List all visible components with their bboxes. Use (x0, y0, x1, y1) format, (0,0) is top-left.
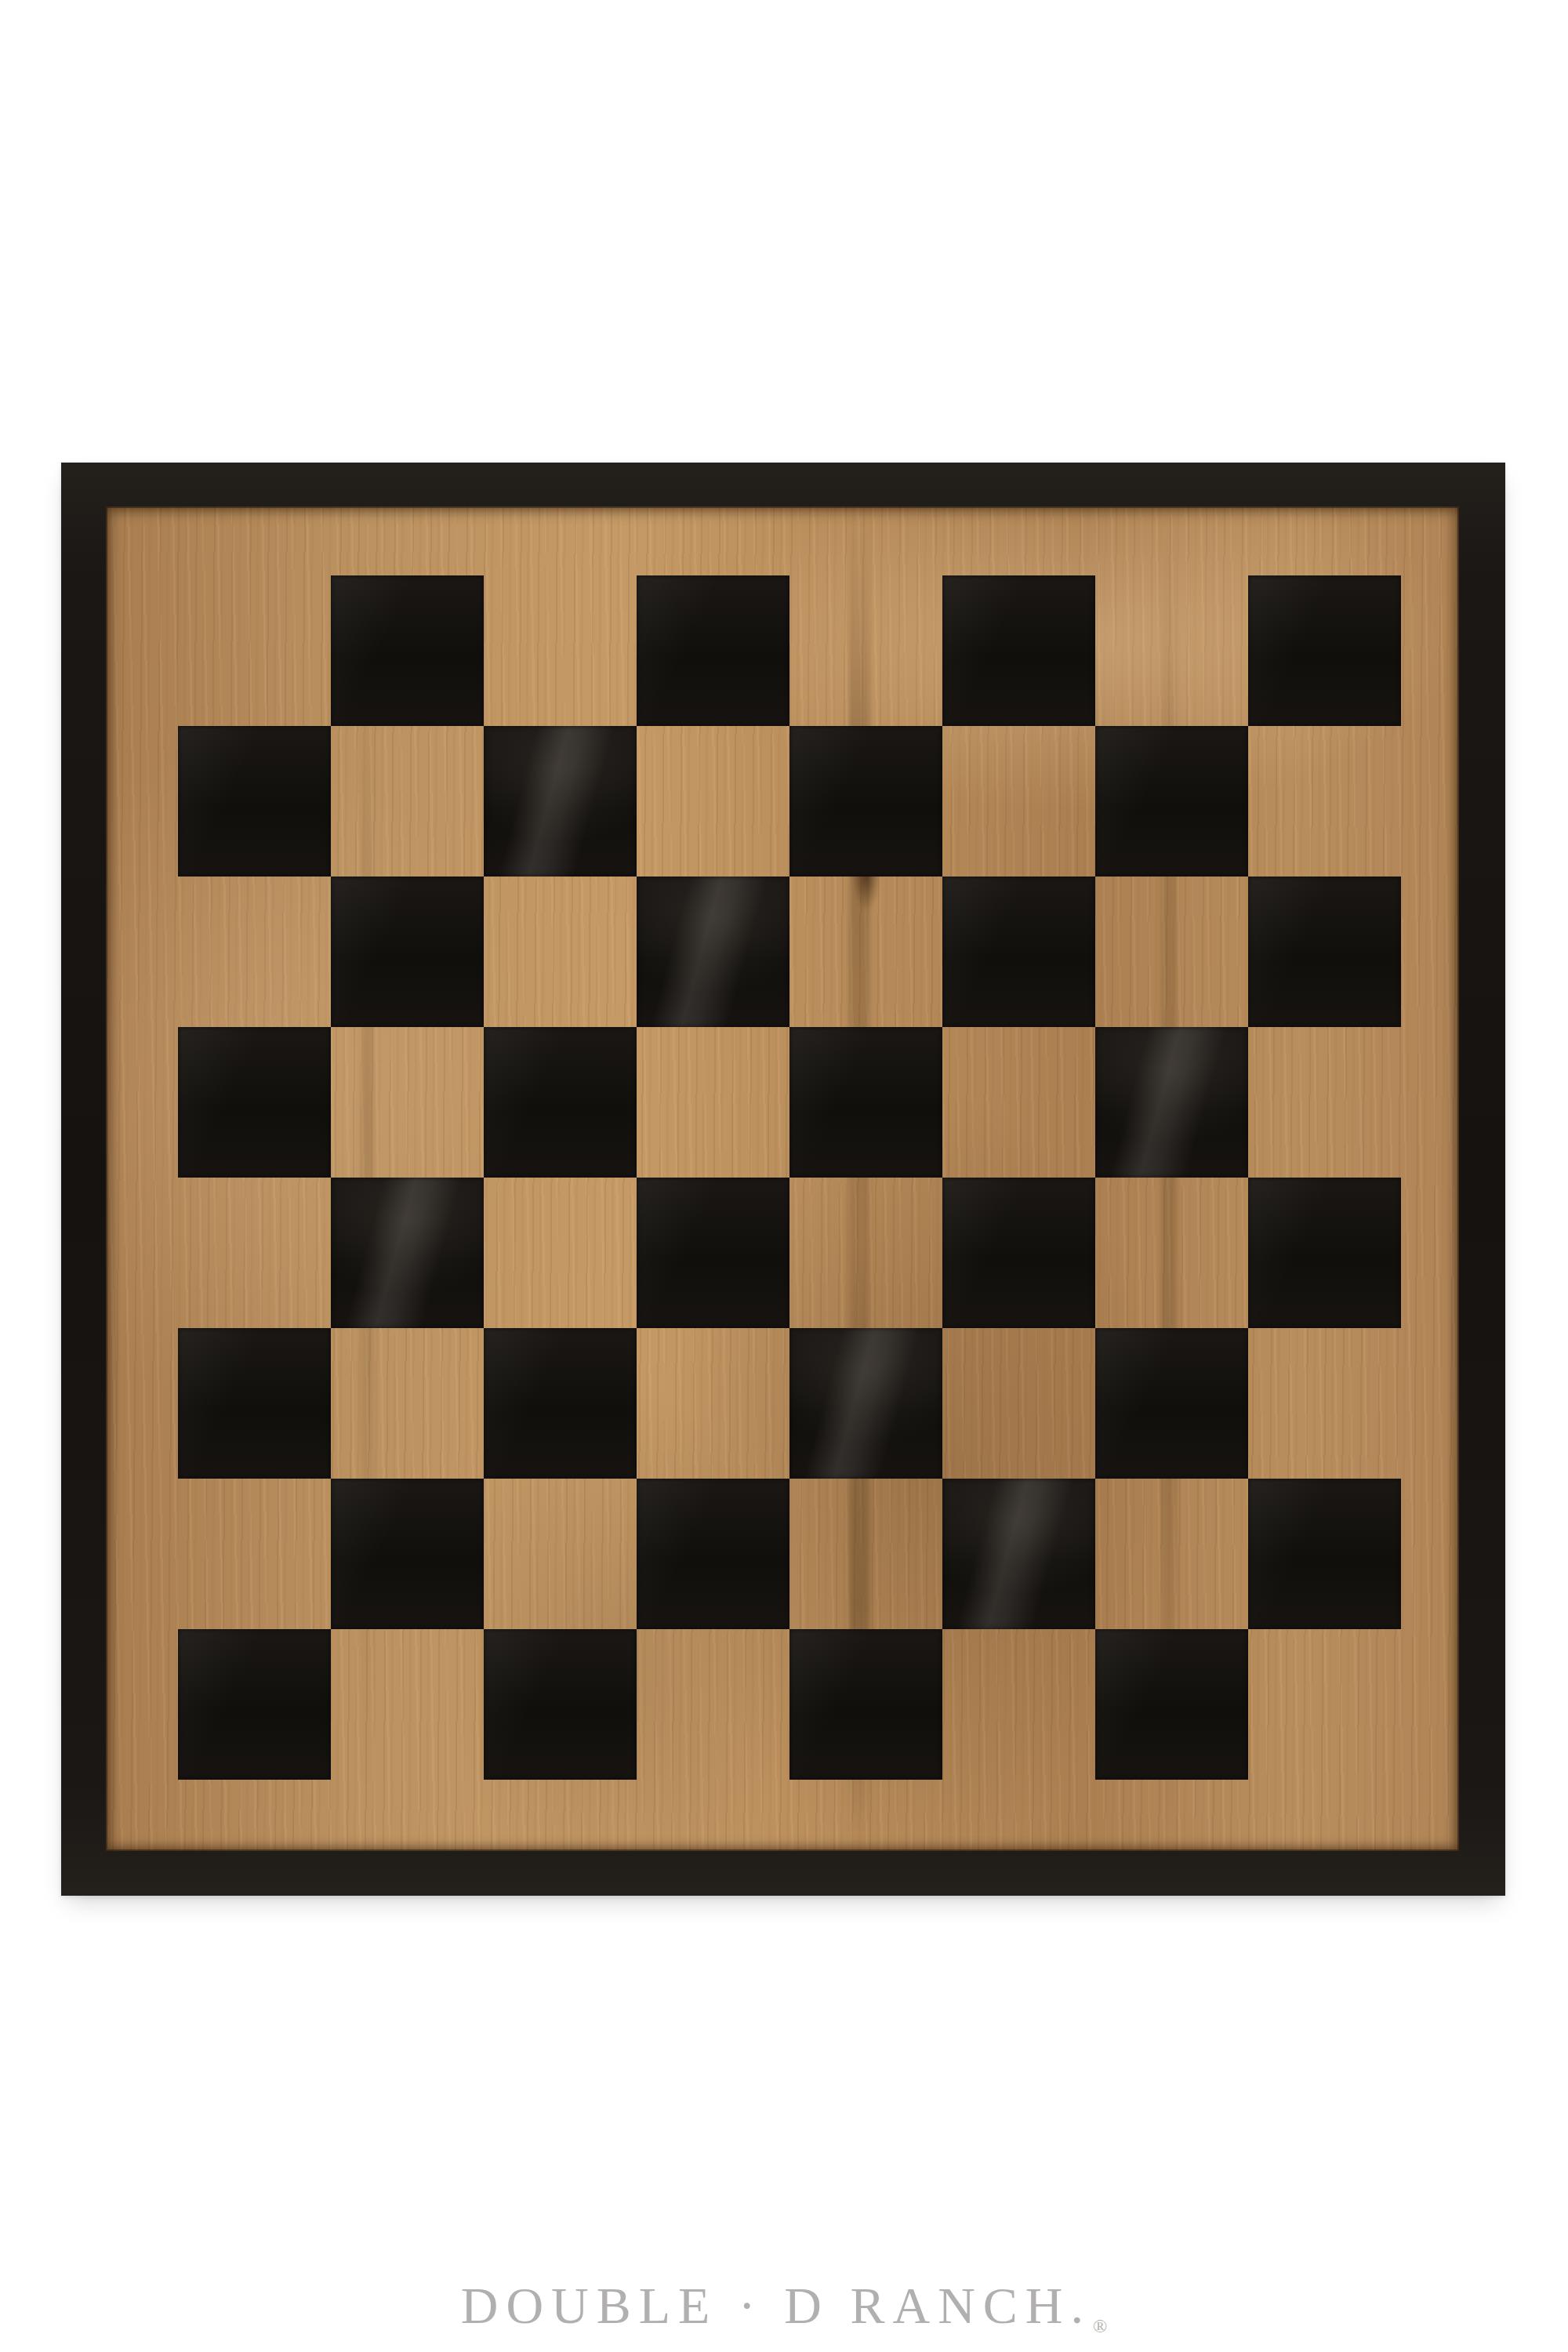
square-e5 (789, 1027, 942, 1178)
square-e3 (789, 1328, 942, 1479)
square-b1 (331, 1629, 484, 1780)
square-f2 (942, 1479, 1095, 1629)
square-a5 (178, 1027, 331, 1178)
square-a7 (178, 726, 331, 877)
square-b5 (331, 1027, 484, 1178)
square-b7 (331, 726, 484, 877)
square-c1 (484, 1629, 637, 1780)
square-d3 (637, 1328, 789, 1479)
square-h4 (1248, 1178, 1401, 1328)
square-f4 (942, 1178, 1095, 1328)
square-f7 (942, 726, 1095, 877)
square-a4 (178, 1178, 331, 1328)
square-c8 (484, 575, 637, 726)
square-c5 (484, 1027, 637, 1178)
checkerboard-frame (61, 463, 1505, 1896)
brand-caption: DOUBLE · D RANCH.® (0, 2280, 1568, 2332)
square-a3 (178, 1328, 331, 1479)
square-f5 (942, 1027, 1095, 1178)
square-f6 (942, 877, 1095, 1027)
square-e8 (789, 575, 942, 726)
square-d4 (637, 1178, 789, 1328)
square-h3 (1248, 1328, 1401, 1479)
square-g1 (1095, 1629, 1248, 1780)
square-e7 (789, 726, 942, 877)
square-f8 (942, 575, 1095, 726)
square-h6 (1248, 877, 1401, 1027)
square-d6 (637, 877, 789, 1027)
square-c2 (484, 1479, 637, 1629)
square-g7 (1095, 726, 1248, 877)
square-d7 (637, 726, 789, 877)
square-e2 (789, 1479, 942, 1629)
square-d2 (637, 1479, 789, 1629)
square-e6 (789, 877, 942, 1027)
registered-trademark-icon: ® (1093, 2317, 1107, 2336)
square-d1 (637, 1629, 789, 1780)
square-a8 (178, 575, 331, 726)
square-g6 (1095, 877, 1248, 1027)
square-h8 (1248, 575, 1401, 726)
square-g2 (1095, 1479, 1248, 1629)
square-d5 (637, 1027, 789, 1178)
board-grid (178, 575, 1401, 1780)
square-g4 (1095, 1178, 1248, 1328)
square-b2 (331, 1479, 484, 1629)
square-a2 (178, 1479, 331, 1629)
square-c4 (484, 1178, 637, 1328)
square-e1 (789, 1629, 942, 1780)
square-h1 (1248, 1629, 1401, 1780)
square-e4 (789, 1178, 942, 1328)
square-b4 (331, 1178, 484, 1328)
wood-panel (106, 506, 1459, 1851)
square-b6 (331, 877, 484, 1027)
square-b8 (331, 575, 484, 726)
square-g8 (1095, 575, 1248, 726)
square-d8 (637, 575, 789, 726)
square-h5 (1248, 1027, 1401, 1178)
square-c6 (484, 877, 637, 1027)
square-g5 (1095, 1027, 1248, 1178)
square-c7 (484, 726, 637, 877)
brand-text: DOUBLE · D RANCH. (461, 2277, 1091, 2334)
square-h2 (1248, 1479, 1401, 1629)
square-a1 (178, 1629, 331, 1780)
square-c3 (484, 1328, 637, 1479)
square-h7 (1248, 726, 1401, 877)
square-g3 (1095, 1328, 1248, 1479)
square-f1 (942, 1629, 1095, 1780)
square-f3 (942, 1328, 1095, 1479)
square-a6 (178, 877, 331, 1027)
product-photo-stage: DOUBLE · D RANCH.® (0, 0, 1568, 2352)
square-b3 (331, 1328, 484, 1479)
